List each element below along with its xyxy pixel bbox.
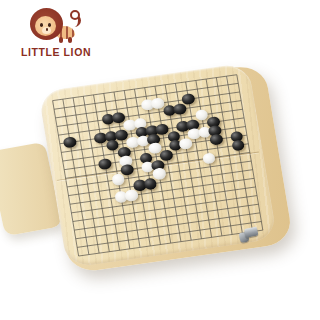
- go-stone-black: [63, 136, 77, 149]
- go-stone-white: [178, 137, 192, 150]
- clasp-plate: [244, 226, 259, 238]
- go-stone-black: [209, 133, 223, 146]
- product-photo: LITTLE LION: [0, 0, 320, 320]
- go-stone-black: [231, 139, 245, 152]
- go-stone-white: [111, 173, 125, 186]
- go-stone-black: [143, 178, 157, 191]
- stones-layer: [53, 75, 263, 256]
- go-stone-black: [173, 103, 187, 116]
- go-stone-white: [202, 152, 216, 165]
- go-stone-white: [124, 189, 138, 202]
- go-board-scene: [0, 0, 320, 320]
- go-stone-black: [98, 158, 112, 171]
